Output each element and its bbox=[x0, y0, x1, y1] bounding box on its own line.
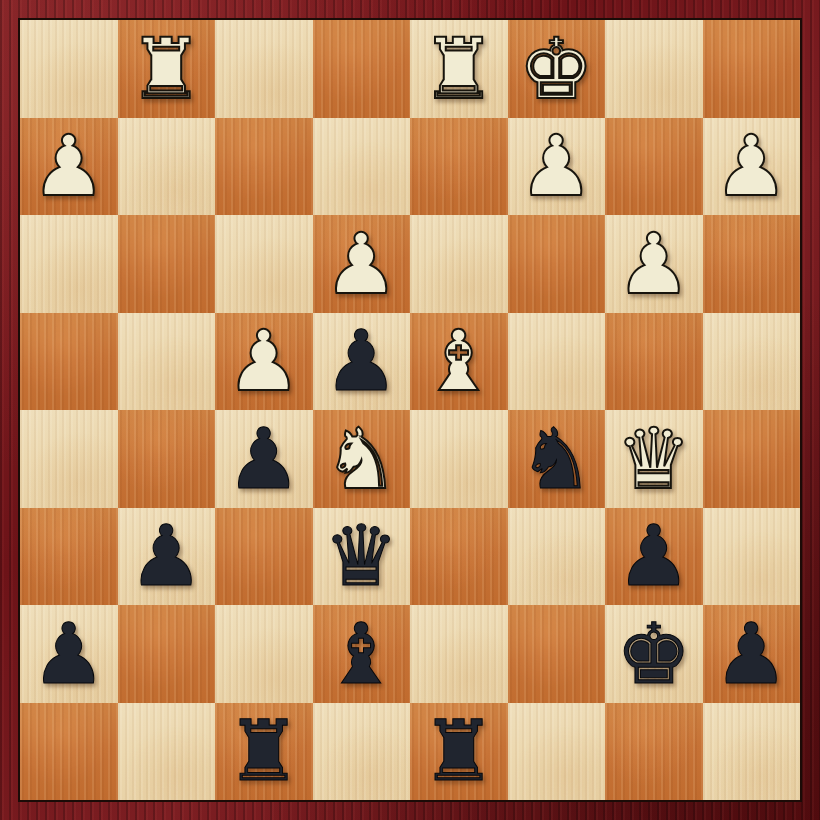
square-g8[interactable] bbox=[605, 20, 703, 118]
square-c2[interactable] bbox=[215, 605, 313, 703]
square-f4[interactable]: ♞ bbox=[508, 410, 606, 508]
square-a6[interactable] bbox=[20, 215, 118, 313]
piece-black-queen-d3[interactable]: ♛ bbox=[313, 508, 411, 606]
square-h2[interactable]: ♟ bbox=[703, 605, 801, 703]
square-e2[interactable] bbox=[410, 605, 508, 703]
piece-white-king-f8[interactable]: ♚ bbox=[508, 20, 606, 118]
square-h3[interactable] bbox=[703, 508, 801, 606]
square-b2[interactable] bbox=[118, 605, 216, 703]
square-g6[interactable]: ♟ bbox=[605, 215, 703, 313]
square-a1[interactable] bbox=[20, 703, 118, 801]
piece-white-pawn-h7[interactable]: ♟ bbox=[703, 118, 801, 216]
piece-black-pawn-c4[interactable]: ♟ bbox=[215, 410, 313, 508]
square-b6[interactable] bbox=[118, 215, 216, 313]
square-c1[interactable]: ♜ bbox=[215, 703, 313, 801]
square-c3[interactable] bbox=[215, 508, 313, 606]
square-b5[interactable] bbox=[118, 313, 216, 411]
square-g7[interactable] bbox=[605, 118, 703, 216]
board-frame: ♜♜♚♟♟♟♟♟♟♟♝♟♞♞♛♟♛♟♟♝♚♟♜♜ bbox=[0, 0, 820, 820]
square-a7[interactable]: ♟ bbox=[20, 118, 118, 216]
square-g1[interactable] bbox=[605, 703, 703, 801]
piece-black-rook-e1[interactable]: ♜ bbox=[410, 703, 508, 801]
piece-white-knight-d4[interactable]: ♞ bbox=[313, 410, 411, 508]
square-d3[interactable]: ♛ bbox=[313, 508, 411, 606]
square-h1[interactable] bbox=[703, 703, 801, 801]
square-f2[interactable] bbox=[508, 605, 606, 703]
piece-white-bishop-e5[interactable]: ♝ bbox=[410, 313, 508, 411]
square-c6[interactable] bbox=[215, 215, 313, 313]
square-e6[interactable] bbox=[410, 215, 508, 313]
square-g2[interactable]: ♚ bbox=[605, 605, 703, 703]
square-g5[interactable] bbox=[605, 313, 703, 411]
piece-white-pawn-f7[interactable]: ♟ bbox=[508, 118, 606, 216]
square-f7[interactable]: ♟ bbox=[508, 118, 606, 216]
square-f6[interactable] bbox=[508, 215, 606, 313]
square-e5[interactable]: ♝ bbox=[410, 313, 508, 411]
square-b7[interactable] bbox=[118, 118, 216, 216]
square-e4[interactable] bbox=[410, 410, 508, 508]
piece-white-rook-b8[interactable]: ♜ bbox=[118, 20, 216, 118]
piece-white-queen-g4[interactable]: ♛ bbox=[605, 410, 703, 508]
square-h7[interactable]: ♟ bbox=[703, 118, 801, 216]
piece-black-pawn-b3[interactable]: ♟ bbox=[118, 508, 216, 606]
square-h6[interactable] bbox=[703, 215, 801, 313]
square-f3[interactable] bbox=[508, 508, 606, 606]
piece-black-pawn-h2[interactable]: ♟ bbox=[703, 605, 801, 703]
square-d6[interactable]: ♟ bbox=[313, 215, 411, 313]
square-e7[interactable] bbox=[410, 118, 508, 216]
square-b8[interactable]: ♜ bbox=[118, 20, 216, 118]
piece-black-knight-f4[interactable]: ♞ bbox=[508, 410, 606, 508]
square-c4[interactable]: ♟ bbox=[215, 410, 313, 508]
chess-board: ♜♜♚♟♟♟♟♟♟♟♝♟♞♞♛♟♛♟♟♝♚♟♜♜ bbox=[20, 20, 800, 800]
piece-black-pawn-g3[interactable]: ♟ bbox=[605, 508, 703, 606]
square-d8[interactable] bbox=[313, 20, 411, 118]
square-h8[interactable] bbox=[703, 20, 801, 118]
piece-black-pawn-d5[interactable]: ♟ bbox=[313, 313, 411, 411]
square-b3[interactable]: ♟ bbox=[118, 508, 216, 606]
square-c8[interactable] bbox=[215, 20, 313, 118]
square-d5[interactable]: ♟ bbox=[313, 313, 411, 411]
piece-white-pawn-d6[interactable]: ♟ bbox=[313, 215, 411, 313]
square-c7[interactable] bbox=[215, 118, 313, 216]
square-e8[interactable]: ♜ bbox=[410, 20, 508, 118]
square-h5[interactable] bbox=[703, 313, 801, 411]
piece-black-pawn-a2[interactable]: ♟ bbox=[20, 605, 118, 703]
square-a2[interactable]: ♟ bbox=[20, 605, 118, 703]
square-e3[interactable] bbox=[410, 508, 508, 606]
square-f5[interactable] bbox=[508, 313, 606, 411]
square-c5[interactable]: ♟ bbox=[215, 313, 313, 411]
piece-white-pawn-c5[interactable]: ♟ bbox=[215, 313, 313, 411]
square-g3[interactable]: ♟ bbox=[605, 508, 703, 606]
square-d4[interactable]: ♞ bbox=[313, 410, 411, 508]
piece-black-king-g2[interactable]: ♚ bbox=[605, 605, 703, 703]
square-b4[interactable] bbox=[118, 410, 216, 508]
piece-black-rook-c1[interactable]: ♜ bbox=[215, 703, 313, 801]
piece-black-bishop-d2[interactable]: ♝ bbox=[313, 605, 411, 703]
square-f8[interactable]: ♚ bbox=[508, 20, 606, 118]
square-a3[interactable] bbox=[20, 508, 118, 606]
square-b1[interactable] bbox=[118, 703, 216, 801]
square-a4[interactable] bbox=[20, 410, 118, 508]
square-h4[interactable] bbox=[703, 410, 801, 508]
square-f1[interactable] bbox=[508, 703, 606, 801]
square-d7[interactable] bbox=[313, 118, 411, 216]
square-d2[interactable]: ♝ bbox=[313, 605, 411, 703]
square-a5[interactable] bbox=[20, 313, 118, 411]
piece-white-rook-e8[interactable]: ♜ bbox=[410, 20, 508, 118]
piece-white-pawn-a7[interactable]: ♟ bbox=[20, 118, 118, 216]
square-e1[interactable]: ♜ bbox=[410, 703, 508, 801]
square-a8[interactable] bbox=[20, 20, 118, 118]
square-d1[interactable] bbox=[313, 703, 411, 801]
piece-white-pawn-g6[interactable]: ♟ bbox=[605, 215, 703, 313]
square-g4[interactable]: ♛ bbox=[605, 410, 703, 508]
